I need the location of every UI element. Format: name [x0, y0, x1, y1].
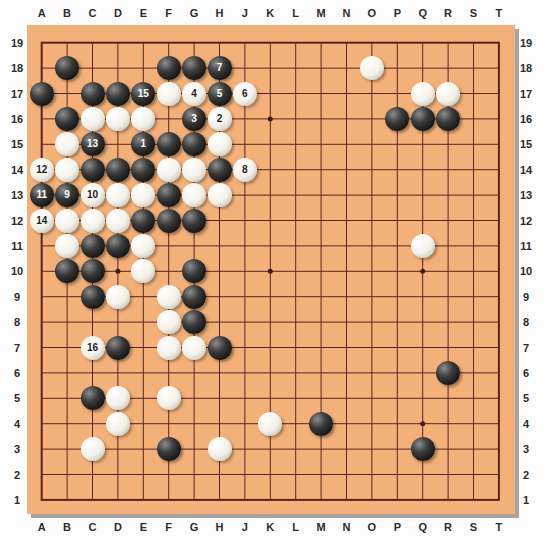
- move-number: 13: [87, 139, 98, 149]
- col-label-top-N: N: [343, 8, 351, 19]
- star-point: [420, 269, 425, 274]
- row-label-right-11: 11: [520, 240, 532, 251]
- col-label-bottom-A: A: [38, 522, 46, 533]
- col-label-top-L: L: [292, 8, 299, 19]
- stone-black-D11: [106, 234, 130, 258]
- col-label-top-O: O: [368, 8, 377, 19]
- stone-black-B13: 9: [55, 183, 79, 207]
- row-label-left-19: 19: [11, 37, 23, 48]
- stone-black-A17: [30, 82, 54, 106]
- move-number: 9: [64, 190, 70, 200]
- stone-black-E12: [131, 209, 155, 233]
- star-point: [420, 421, 425, 426]
- col-label-bottom-J: J: [242, 522, 248, 533]
- stone-black-D17: [106, 82, 130, 106]
- stone-black-B18: [55, 56, 79, 80]
- row-label-left-3: 3: [14, 444, 20, 455]
- col-label-top-Q: Q: [418, 8, 427, 19]
- stone-black-G16: 3: [182, 107, 206, 131]
- row-label-left-1: 1: [14, 494, 20, 505]
- stone-black-C15: 13: [81, 132, 105, 156]
- move-number: 5: [217, 89, 223, 99]
- stone-black-H18: 7: [208, 56, 232, 80]
- stone-white-A14: 12: [30, 158, 54, 182]
- stone-white-F8: [157, 310, 181, 334]
- move-number: 3: [191, 114, 197, 124]
- col-label-top-J: J: [242, 8, 248, 19]
- col-label-top-R: R: [444, 8, 452, 19]
- stone-black-R6: [436, 361, 460, 385]
- row-label-left-9: 9: [14, 291, 20, 302]
- stone-black-D7: [106, 336, 130, 360]
- move-number: 7: [217, 63, 223, 73]
- row-label-right-15: 15: [520, 139, 532, 150]
- col-label-bottom-T: T: [496, 522, 503, 533]
- stone-black-C9: [81, 285, 105, 309]
- stone-black-C17: [81, 82, 105, 106]
- row-label-right-5: 5: [523, 393, 529, 404]
- stone-black-A13: 11: [30, 183, 54, 207]
- row-label-right-4: 4: [523, 418, 529, 429]
- stone-black-G8: [182, 310, 206, 334]
- stone-white-H16: 2: [208, 107, 232, 131]
- row-label-left-6: 6: [14, 367, 20, 378]
- stone-black-G18: [182, 56, 206, 80]
- stone-white-C7: 16: [81, 336, 105, 360]
- stone-white-O18: [360, 56, 384, 80]
- stone-white-C12: [81, 209, 105, 233]
- stone-black-M4: [309, 412, 333, 436]
- row-label-right-6: 6: [523, 367, 529, 378]
- stone-black-Q3: [411, 437, 435, 461]
- stone-black-E17: 15: [131, 82, 155, 106]
- row-label-left-12: 12: [11, 215, 23, 226]
- row-label-left-13: 13: [11, 190, 23, 201]
- col-label-top-K: K: [266, 8, 274, 19]
- row-label-right-10: 10: [520, 266, 532, 277]
- stone-black-C10: [81, 259, 105, 283]
- col-label-bottom-E: E: [140, 522, 147, 533]
- row-label-left-2: 2: [14, 469, 20, 480]
- row-label-left-4: 4: [14, 418, 20, 429]
- stone-black-H14: [208, 158, 232, 182]
- stone-white-H13: [208, 183, 232, 207]
- stone-black-F3: [157, 437, 181, 461]
- col-label-bottom-Q: Q: [418, 522, 427, 533]
- col-label-bottom-R: R: [444, 522, 452, 533]
- stone-black-H17: 5: [208, 82, 232, 106]
- stone-black-B16: [55, 107, 79, 131]
- row-label-right-19: 19: [520, 37, 532, 48]
- col-label-top-T: T: [496, 8, 503, 19]
- stone-white-D4: [106, 412, 130, 436]
- row-label-left-10: 10: [11, 266, 23, 277]
- stone-black-G9: [182, 285, 206, 309]
- move-number: 10: [87, 190, 98, 200]
- stone-white-B14: [55, 158, 79, 182]
- star-point: [268, 116, 273, 121]
- stone-black-F12: [157, 209, 181, 233]
- row-label-right-2: 2: [523, 469, 529, 480]
- stone-white-H15: [208, 132, 232, 156]
- stone-white-R17: [436, 82, 460, 106]
- stone-black-F15: [157, 132, 181, 156]
- stone-white-G17: 4: [182, 82, 206, 106]
- stone-white-J17: 6: [233, 82, 257, 106]
- row-label-right-8: 8: [523, 317, 529, 328]
- row-label-right-12: 12: [520, 215, 532, 226]
- stone-white-Q17: [411, 82, 435, 106]
- move-number: 4: [191, 89, 197, 99]
- col-label-top-M: M: [317, 8, 326, 19]
- row-label-right-18: 18: [520, 63, 532, 74]
- stone-black-F18: [157, 56, 181, 80]
- row-label-right-17: 17: [520, 88, 532, 99]
- stone-black-Q16: [411, 107, 435, 131]
- stone-black-E14: [131, 158, 155, 182]
- stone-white-A12: 14: [30, 209, 54, 233]
- row-label-left-18: 18: [11, 63, 23, 74]
- stone-white-D13: [106, 183, 130, 207]
- move-number: 12: [36, 165, 47, 175]
- row-label-right-14: 14: [520, 164, 532, 175]
- stone-white-B12: [55, 209, 79, 233]
- stone-white-G14: [182, 158, 206, 182]
- stone-white-F9: [157, 285, 181, 309]
- stone-black-F13: [157, 183, 181, 207]
- move-number: 1: [141, 139, 147, 149]
- move-number: 2: [217, 114, 223, 124]
- col-label-bottom-O: O: [368, 522, 377, 533]
- row-label-left-15: 15: [11, 139, 23, 150]
- row-label-right-3: 3: [523, 444, 529, 455]
- go-diagram-page: 71545632131128119101416 AABBCCDDEEFFGGHH…: [0, 0, 550, 550]
- stone-black-C11: [81, 234, 105, 258]
- col-label-bottom-C: C: [89, 522, 97, 533]
- col-label-bottom-L: L: [292, 522, 299, 533]
- col-label-bottom-H: H: [216, 522, 224, 533]
- stone-white-D16: [106, 107, 130, 131]
- move-number: 14: [36, 216, 47, 226]
- stone-black-G12: [182, 209, 206, 233]
- stone-white-G7: [182, 336, 206, 360]
- row-label-right-9: 9: [523, 291, 529, 302]
- row-label-right-7: 7: [523, 342, 529, 353]
- col-label-bottom-K: K: [266, 522, 274, 533]
- col-label-bottom-B: B: [63, 522, 71, 533]
- stone-white-G13: [182, 183, 206, 207]
- col-label-top-A: A: [38, 8, 46, 19]
- go-board: 71545632131128119101416: [27, 25, 515, 514]
- col-label-top-E: E: [140, 8, 147, 19]
- stone-white-F17: [157, 82, 181, 106]
- col-label-top-B: B: [63, 8, 71, 19]
- stone-black-C14: [81, 158, 105, 182]
- col-label-top-G: G: [190, 8, 199, 19]
- col-label-bottom-F: F: [165, 522, 172, 533]
- stone-black-C5: [81, 386, 105, 410]
- row-label-left-7: 7: [14, 342, 20, 353]
- stone-white-F14: [157, 158, 181, 182]
- col-label-bottom-P: P: [394, 522, 401, 533]
- row-label-right-1: 1: [523, 494, 529, 505]
- stone-white-D9: [106, 285, 130, 309]
- stone-white-C16: [81, 107, 105, 131]
- stone-white-H3: [208, 437, 232, 461]
- move-number: 15: [138, 89, 149, 99]
- stone-white-C13: 10: [81, 183, 105, 207]
- stone-white-F5: [157, 386, 181, 410]
- col-label-top-S: S: [470, 8, 477, 19]
- stone-white-B11: [55, 234, 79, 258]
- stone-white-K4: [258, 412, 282, 436]
- stone-white-C3: [81, 437, 105, 461]
- row-label-left-17: 17: [11, 88, 23, 99]
- col-label-top-F: F: [165, 8, 172, 19]
- row-label-right-16: 16: [520, 113, 532, 124]
- col-label-bottom-S: S: [470, 522, 477, 533]
- stone-black-R16: [436, 107, 460, 131]
- row-label-left-11: 11: [11, 240, 23, 251]
- stone-white-J14: 8: [233, 158, 257, 182]
- col-label-bottom-G: G: [190, 522, 199, 533]
- star-point: [115, 269, 120, 274]
- stone-white-D12: [106, 209, 130, 233]
- move-number: 6: [242, 89, 248, 99]
- row-label-left-8: 8: [14, 317, 20, 328]
- col-label-bottom-D: D: [114, 522, 122, 533]
- star-point: [268, 269, 273, 274]
- stone-white-F7: [157, 336, 181, 360]
- col-label-top-D: D: [114, 8, 122, 19]
- move-number: 8: [242, 165, 248, 175]
- move-number: 11: [36, 190, 47, 200]
- stone-white-Q11: [411, 234, 435, 258]
- row-label-right-13: 13: [520, 190, 532, 201]
- move-number: 16: [87, 343, 98, 353]
- col-label-bottom-M: M: [317, 522, 326, 533]
- col-label-top-P: P: [394, 8, 401, 19]
- col-label-bottom-N: N: [343, 522, 351, 533]
- col-label-top-C: C: [89, 8, 97, 19]
- stone-black-D14: [106, 158, 130, 182]
- row-label-left-14: 14: [11, 164, 23, 175]
- col-label-top-H: H: [216, 8, 224, 19]
- stone-black-H7: [208, 336, 232, 360]
- row-label-left-16: 16: [11, 113, 23, 124]
- row-label-left-5: 5: [14, 393, 20, 404]
